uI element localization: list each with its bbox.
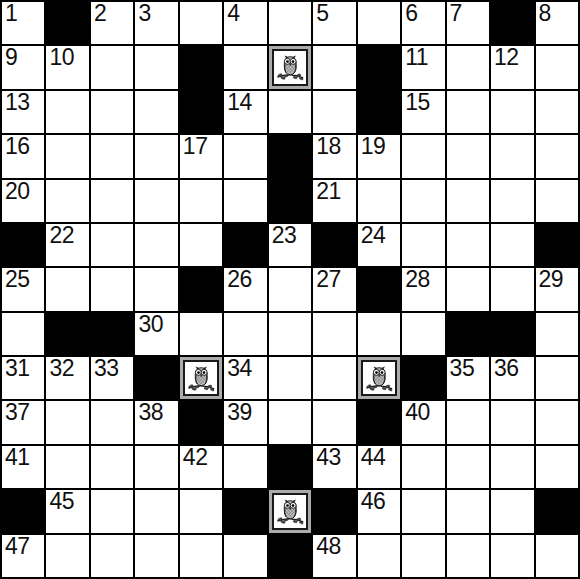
black-square (269, 535, 311, 577)
clue-number: 48 (316, 535, 341, 558)
white-square[interactable] (313, 46, 355, 88)
owl-frame (272, 493, 308, 529)
white-square[interactable] (358, 313, 400, 355)
white-square[interactable]: 38 (135, 401, 177, 443)
clue-number: 15 (405, 91, 430, 114)
white-square[interactable] (447, 535, 489, 577)
white-square[interactable]: 46 (358, 490, 400, 532)
white-square[interactable] (135, 446, 177, 488)
white-square[interactable] (224, 46, 266, 88)
white-square[interactable] (447, 91, 489, 133)
clue-number: 24 (361, 224, 386, 247)
white-square[interactable]: 21 (313, 180, 355, 222)
black-square (491, 313, 533, 355)
clue-number: 25 (5, 268, 30, 291)
owl-on-branch-icon (275, 496, 306, 526)
white-square[interactable] (46, 535, 88, 577)
white-square[interactable] (269, 357, 311, 399)
clue-number: 20 (5, 180, 30, 203)
white-square[interactable]: 45 (46, 490, 88, 532)
clue-number: 37 (5, 401, 30, 424)
white-square[interactable]: 15 (402, 91, 444, 133)
black-square (313, 490, 355, 532)
white-square[interactable] (269, 91, 311, 133)
white-square[interactable] (447, 401, 489, 443)
white-square[interactable] (536, 91, 578, 133)
owl-square (269, 46, 311, 88)
white-square[interactable]: 9 (2, 46, 44, 88)
white-square[interactable] (180, 313, 222, 355)
white-square[interactable]: 32 (46, 357, 88, 399)
white-square[interactable] (135, 180, 177, 222)
clue-number: 39 (227, 401, 252, 424)
clue-number: 22 (49, 224, 74, 247)
white-square[interactable] (46, 91, 88, 133)
white-square[interactable] (402, 490, 444, 532)
white-square[interactable]: 47 (2, 535, 44, 577)
black-square (358, 268, 400, 310)
black-square (491, 2, 533, 44)
white-square[interactable] (536, 357, 578, 399)
white-square[interactable] (269, 2, 311, 44)
clue-number: 3 (138, 2, 150, 25)
clue-number: 23 (272, 224, 297, 247)
clue-number: 6 (405, 2, 417, 25)
clue-number: 42 (183, 446, 208, 469)
owl-square (180, 357, 222, 399)
white-square[interactable] (536, 446, 578, 488)
white-square[interactable] (313, 401, 355, 443)
white-square[interactable] (447, 224, 489, 266)
clue-number: 21 (316, 180, 341, 203)
black-square (46, 313, 88, 355)
white-square[interactable]: 25 (2, 268, 44, 310)
clue-number: 29 (539, 268, 564, 291)
white-square[interactable]: 10 (46, 46, 88, 88)
black-square (224, 490, 266, 532)
black-square (180, 46, 222, 88)
white-square[interactable] (135, 490, 177, 532)
clue-number: 46 (361, 490, 386, 513)
owl-frame (183, 360, 219, 396)
white-square[interactable]: 43 (313, 446, 355, 488)
white-square[interactable] (91, 135, 133, 177)
white-square[interactable] (447, 446, 489, 488)
black-square (536, 224, 578, 266)
white-square[interactable] (447, 490, 489, 532)
white-square[interactable]: 17 (180, 135, 222, 177)
white-square[interactable]: 24 (358, 224, 400, 266)
white-square[interactable]: 14 (224, 91, 266, 133)
clue-number: 1 (5, 2, 17, 25)
white-square[interactable] (224, 135, 266, 177)
clue-number: 5 (316, 2, 328, 25)
white-square[interactable]: 48 (313, 535, 355, 577)
owl-square (358, 357, 400, 399)
black-square (91, 313, 133, 355)
white-square[interactable]: 31 (2, 357, 44, 399)
white-square[interactable] (46, 401, 88, 443)
owl-frame (272, 49, 308, 85)
white-square[interactable] (491, 535, 533, 577)
white-square[interactable] (91, 535, 133, 577)
clue-number: 11 (405, 46, 428, 69)
white-square[interactable] (180, 224, 222, 266)
clue-number: 14 (227, 91, 252, 114)
white-square[interactable]: 13 (2, 91, 44, 133)
white-square[interactable]: 28 (402, 268, 444, 310)
black-square (46, 2, 88, 44)
white-square[interactable] (224, 313, 266, 355)
white-square[interactable] (491, 490, 533, 532)
white-square[interactable] (46, 446, 88, 488)
clue-number: 2 (94, 2, 106, 25)
white-square[interactable] (358, 535, 400, 577)
clue-number: 47 (5, 535, 30, 558)
white-square[interactable] (491, 180, 533, 222)
clue-number: 26 (227, 268, 252, 291)
white-square[interactable] (491, 401, 533, 443)
clue-number: 10 (49, 46, 74, 69)
black-square (402, 357, 444, 399)
clue-number: 35 (450, 357, 475, 380)
white-square[interactable] (135, 135, 177, 177)
clue-number: 27 (316, 268, 341, 291)
clue-number: 8 (539, 2, 551, 25)
white-square[interactable] (180, 180, 222, 222)
white-square[interactable] (46, 268, 88, 310)
white-square[interactable]: 1 (2, 2, 44, 44)
clue-number: 32 (49, 357, 74, 380)
clue-number: 34 (227, 357, 252, 380)
white-square[interactable] (135, 535, 177, 577)
white-square[interactable] (447, 268, 489, 310)
owl-frame (361, 360, 397, 396)
white-square[interactable] (402, 535, 444, 577)
white-square[interactable] (269, 401, 311, 443)
black-square (536, 490, 578, 532)
white-square[interactable] (402, 224, 444, 266)
crossword-grid: 12345678910 111213 (0, 0, 580, 579)
white-square[interactable]: 30 (135, 313, 177, 355)
white-square[interactable] (135, 224, 177, 266)
white-square[interactable] (269, 313, 311, 355)
white-square[interactable]: 18 (313, 135, 355, 177)
white-square[interactable] (2, 313, 44, 355)
white-square[interactable]: 33 (91, 357, 133, 399)
white-square[interactable] (491, 446, 533, 488)
black-square (135, 357, 177, 399)
owl-square (269, 490, 311, 532)
white-square[interactable]: 4 (224, 2, 266, 44)
white-square[interactable] (91, 46, 133, 88)
white-square[interactable] (313, 357, 355, 399)
black-square (313, 224, 355, 266)
white-square[interactable] (135, 91, 177, 133)
white-square[interactable] (269, 268, 311, 310)
white-square[interactable] (313, 313, 355, 355)
white-square[interactable]: 29 (536, 268, 578, 310)
white-square[interactable] (447, 46, 489, 88)
clue-number: 16 (5, 135, 30, 158)
white-square[interactable] (91, 446, 133, 488)
white-square[interactable] (491, 268, 533, 310)
white-square[interactable]: 8 (536, 2, 578, 44)
owl-on-branch-icon (364, 363, 395, 393)
white-square[interactable]: 40 (402, 401, 444, 443)
clue-number: 40 (405, 401, 430, 424)
white-square[interactable] (224, 446, 266, 488)
clue-number: 4 (227, 2, 239, 25)
black-square (358, 46, 400, 88)
owl-on-branch-icon (186, 363, 217, 393)
white-square[interactable] (135, 46, 177, 88)
white-square[interactable] (91, 268, 133, 310)
white-square[interactable]: 22 (46, 224, 88, 266)
white-square[interactable]: 35 (447, 357, 489, 399)
white-square[interactable]: 11 (402, 46, 444, 88)
white-square[interactable]: 16 (2, 135, 44, 177)
white-square[interactable] (91, 224, 133, 266)
clue-number: 9 (5, 46, 17, 69)
white-square[interactable] (46, 135, 88, 177)
white-square[interactable] (91, 91, 133, 133)
white-square[interactable] (313, 91, 355, 133)
white-square[interactable] (536, 535, 578, 577)
clue-number: 45 (49, 490, 74, 513)
clue-number: 28 (405, 268, 430, 291)
clue-number: 44 (361, 446, 386, 469)
white-square[interactable] (180, 2, 222, 44)
white-square[interactable] (491, 135, 533, 177)
clue-number: 36 (494, 357, 519, 380)
clue-number: 38 (138, 401, 163, 424)
white-square[interactable] (180, 535, 222, 577)
white-square[interactable] (91, 490, 133, 532)
white-square[interactable] (491, 224, 533, 266)
white-square[interactable] (536, 135, 578, 177)
owl-on-branch-icon (275, 52, 306, 82)
white-square[interactable]: 5 (313, 2, 355, 44)
clue-number: 19 (361, 135, 386, 158)
black-square (447, 313, 489, 355)
white-square[interactable] (91, 401, 133, 443)
white-square[interactable] (358, 180, 400, 222)
white-square[interactable] (46, 180, 88, 222)
clue-number: 12 (494, 46, 519, 69)
white-square[interactable]: 26 (224, 268, 266, 310)
white-square[interactable]: 23 (269, 224, 311, 266)
white-square[interactable]: 19 (358, 135, 400, 177)
white-square[interactable] (536, 401, 578, 443)
white-square[interactable]: 6 (402, 2, 444, 44)
white-square[interactable]: 20 (2, 180, 44, 222)
white-square[interactable]: 44 (358, 446, 400, 488)
white-square[interactable] (358, 2, 400, 44)
white-square[interactable]: 42 (180, 446, 222, 488)
white-square[interactable] (91, 180, 133, 222)
white-square[interactable] (402, 180, 444, 222)
white-square[interactable]: 2 (91, 2, 133, 44)
black-square (180, 401, 222, 443)
black-square (2, 490, 44, 532)
white-square[interactable]: 36 (491, 357, 533, 399)
clue-number: 30 (138, 313, 163, 336)
clue-number: 17 (183, 135, 208, 158)
black-square (269, 446, 311, 488)
white-square[interactable] (135, 268, 177, 310)
clue-number: 13 (5, 91, 30, 114)
clue-number: 33 (94, 357, 119, 380)
white-square[interactable]: 39 (224, 401, 266, 443)
white-square[interactable] (536, 180, 578, 222)
white-square[interactable] (491, 91, 533, 133)
white-square[interactable] (180, 490, 222, 532)
clue-number: 31 (5, 357, 30, 380)
clue-number: 41 (5, 446, 30, 469)
black-square (2, 224, 44, 266)
clue-number: 18 (316, 135, 341, 158)
white-square[interactable] (536, 46, 578, 88)
white-square[interactable]: 27 (313, 268, 355, 310)
white-square[interactable]: 7 (447, 2, 489, 44)
clue-number: 43 (316, 446, 341, 469)
clue-number: 7 (450, 2, 462, 25)
black-square (180, 268, 222, 310)
white-square[interactable]: 37 (2, 401, 44, 443)
white-square[interactable] (402, 313, 444, 355)
white-square[interactable] (224, 535, 266, 577)
black-square (358, 401, 400, 443)
white-square[interactable]: 41 (2, 446, 44, 488)
black-square (224, 224, 266, 266)
white-square[interactable]: 34 (224, 357, 266, 399)
white-square[interactable]: 12 (491, 46, 533, 88)
black-square (180, 91, 222, 133)
white-square[interactable] (402, 446, 444, 488)
white-square[interactable] (447, 180, 489, 222)
white-square[interactable]: 3 (135, 2, 177, 44)
white-square[interactable] (402, 135, 444, 177)
black-square (269, 180, 311, 222)
black-square (269, 135, 311, 177)
white-square[interactable] (447, 135, 489, 177)
white-square[interactable] (536, 313, 578, 355)
white-square[interactable] (224, 180, 266, 222)
black-square (358, 91, 400, 133)
